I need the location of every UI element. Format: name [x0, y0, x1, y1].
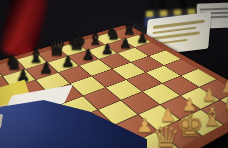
- chess-clock: [0, 90, 147, 148]
- photo-scene: ♜♞♝♛♚♝♞♜♟♟♟♟♟♟♟♟♟♟♟♟♟♟♟♟♜♞♝♛♚♝♞♜: [0, 0, 228, 148]
- chess-clock-body: [0, 100, 147, 148]
